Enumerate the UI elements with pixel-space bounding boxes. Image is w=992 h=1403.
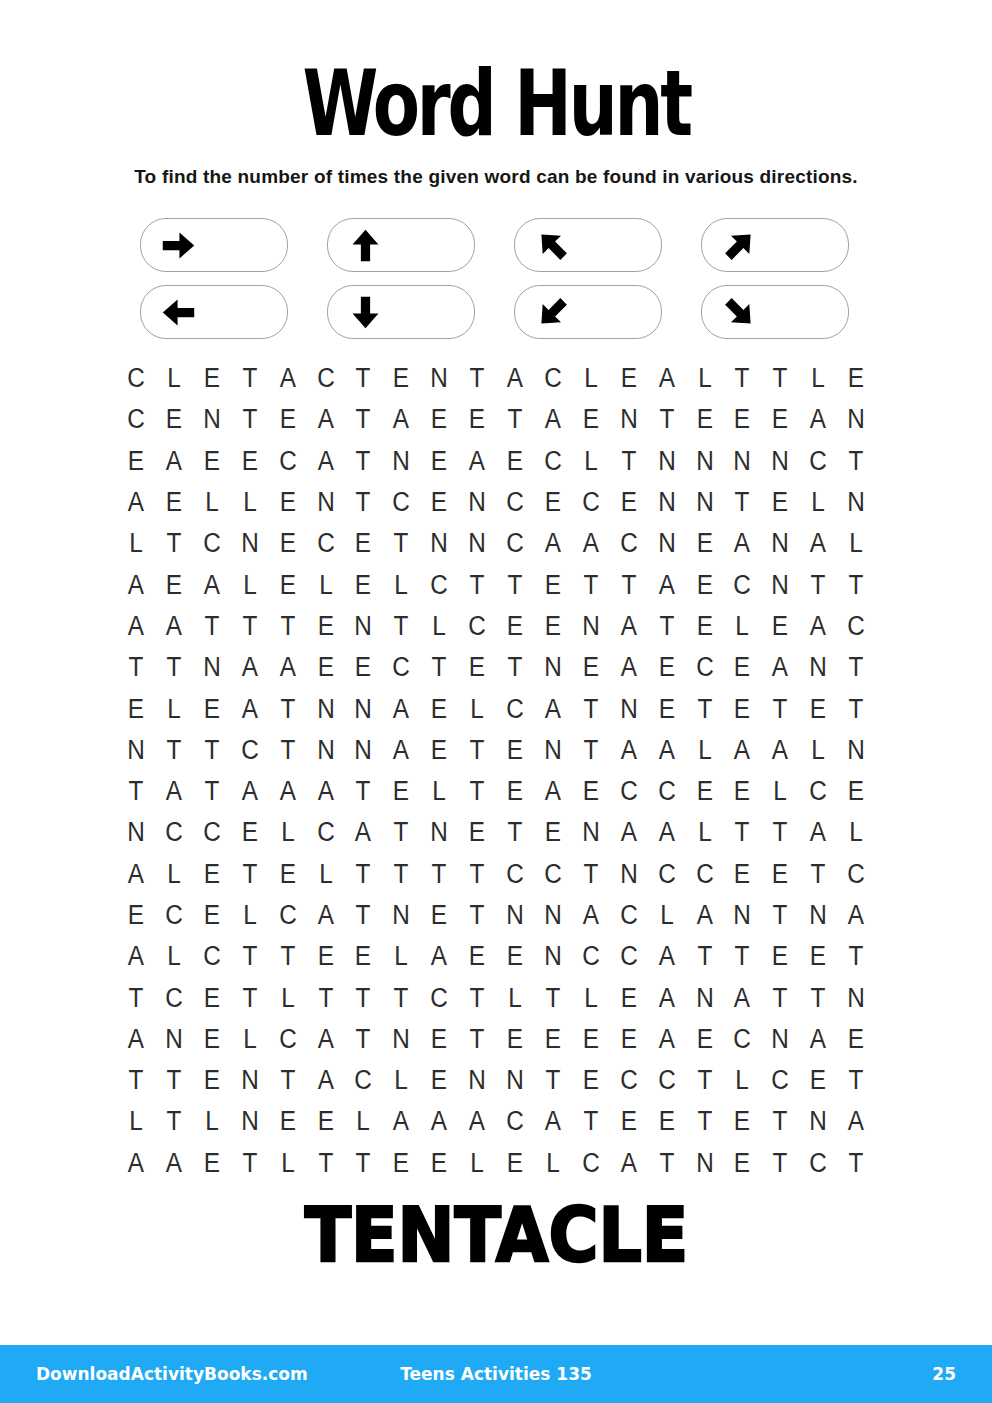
grid-cell-r9c3: E (195, 688, 229, 729)
grid-cell-r8c16: C (687, 647, 721, 688)
grid-cell-r5c1: L (119, 523, 153, 564)
grid-cell-r18c20: T (839, 1060, 873, 1101)
grid-cell-r3c15: N (649, 441, 683, 482)
arrow-down-right-icon (713, 286, 765, 338)
grid-cell-r15c19: E (801, 936, 835, 977)
grid-cell-r12c2: C (157, 812, 191, 853)
grid-cell-r3c9: E (422, 441, 456, 482)
grid-cell-r14c13: A (574, 895, 608, 936)
direction-button-up-right[interactable] (701, 218, 849, 272)
grid-cell-r16c7: T (346, 977, 380, 1018)
grid-cell-r19c6: E (308, 1101, 342, 1142)
grid-cell-r8c11: T (498, 647, 532, 688)
grid-cell-r2c15: T (649, 399, 683, 440)
grid-cell-r3c2: A (157, 441, 191, 482)
grid-cell-r16c8: T (384, 977, 418, 1018)
grid-cell-r15c2: L (157, 936, 191, 977)
grid-cell-r11c20: E (839, 771, 873, 812)
grid-cell-r13c8: T (384, 854, 418, 895)
grid-cell-r12c6: C (308, 812, 342, 853)
grid-cell-r4c15: N (649, 482, 683, 523)
grid-cell-r13c11: C (498, 854, 532, 895)
grid-cell-r17c8: N (384, 1019, 418, 1060)
grid-cell-r4c17: T (725, 482, 759, 523)
grid-cell-r7c10: C (460, 606, 494, 647)
grid-cell-r14c4: L (233, 895, 267, 936)
grid-cell-r4c14: E (612, 482, 646, 523)
grid-cell-r13c10: T (460, 854, 494, 895)
grid-cell-r12c10: E (460, 812, 494, 853)
grid-cell-r14c9: E (422, 895, 456, 936)
grid-cell-r11c13: E (574, 771, 608, 812)
direction-button-up[interactable] (327, 218, 475, 272)
grid-cell-r14c14: C (612, 895, 646, 936)
grid-cell-r5c13: A (574, 523, 608, 564)
grid-cell-r13c13: T (574, 854, 608, 895)
grid-cell-r3c18: N (763, 441, 797, 482)
grid-cell-r4c1: A (119, 482, 153, 523)
grid-cell-r9c2: L (157, 688, 191, 729)
grid-cell-r7c3: T (195, 606, 229, 647)
grid-cell-r20c6: T (308, 1143, 342, 1184)
grid-cell-r8c12: N (536, 647, 570, 688)
grid-cell-r11c12: A (536, 771, 570, 812)
grid-cell-r10c4: C (233, 730, 267, 771)
grid-cell-r13c20: C (839, 854, 873, 895)
grid-cell-r8c10: E (460, 647, 494, 688)
grid-cell-r11c7: T (346, 771, 380, 812)
grid-cell-r10c12: N (536, 730, 570, 771)
grid-cell-r18c12: T (536, 1060, 570, 1101)
grid-cell-r11c17: E (725, 771, 759, 812)
grid-cell-r17c20: E (839, 1019, 873, 1060)
grid-cell-r11c18: L (763, 771, 797, 812)
grid-cell-r8c18: A (763, 647, 797, 688)
grid-cell-r8c14: A (612, 647, 646, 688)
grid-cell-r10c20: N (839, 730, 873, 771)
grid-cell-r13c19: T (801, 854, 835, 895)
grid-cell-r6c3: A (195, 564, 229, 605)
grid-cell-r20c11: E (498, 1143, 532, 1184)
grid-cell-r19c10: A (460, 1101, 494, 1142)
grid-cell-r7c9: L (422, 606, 456, 647)
grid-cell-r7c11: E (498, 606, 532, 647)
grid-cell-r14c7: T (346, 895, 380, 936)
grid-cell-r14c11: N (498, 895, 532, 936)
grid-cell-r3c4: E (233, 441, 267, 482)
footer-page-number: 25 (649, 1364, 956, 1384)
grid-cell-r9c9: E (422, 688, 456, 729)
grid-cell-r18c5: T (270, 1060, 304, 1101)
grid-cell-r10c1: N (119, 730, 153, 771)
grid-cell-r5c4: N (233, 523, 267, 564)
grid-cell-r8c17: E (725, 647, 759, 688)
grid-cell-r9c11: C (498, 688, 532, 729)
grid-cell-r14c17: N (725, 895, 759, 936)
grid-cell-r1c19: L (801, 358, 835, 399)
grid-cell-r16c20: N (839, 977, 873, 1018)
grid-cell-r10c14: A (612, 730, 646, 771)
grid-cell-r14c19: N (801, 895, 835, 936)
direction-button-left[interactable] (140, 285, 288, 339)
grid-cell-r13c16: C (687, 854, 721, 895)
grid-cell-r18c18: C (763, 1060, 797, 1101)
grid-cell-r20c5: L (270, 1143, 304, 1184)
grid-cell-r19c3: L (195, 1101, 229, 1142)
target-word-text: TENTACLE (304, 1198, 688, 1272)
grid-cell-r7c20: C (839, 606, 873, 647)
grid-cell-r8c3: N (195, 647, 229, 688)
grid-cell-r5c15: N (649, 523, 683, 564)
grid-cell-r16c17: A (725, 977, 759, 1018)
grid-cell-r10c5: T (270, 730, 304, 771)
grid-cell-r11c1: T (119, 771, 153, 812)
grid-cell-r3c16: N (687, 441, 721, 482)
grid-cell-r8c13: E (574, 647, 608, 688)
grid-cell-r15c18: E (763, 936, 797, 977)
grid-cell-r14c5: C (270, 895, 304, 936)
grid-cell-r17c15: A (649, 1019, 683, 1060)
grid-cell-r16c10: T (460, 977, 494, 1018)
grid-cell-r6c2: E (157, 564, 191, 605)
grid-cell-r19c9: A (422, 1101, 456, 1142)
grid-cell-r14c12: N (536, 895, 570, 936)
grid-cell-r6c15: A (649, 564, 683, 605)
grid-cell-r6c13: T (574, 564, 608, 605)
grid-cell-r17c1: A (119, 1019, 153, 1060)
arrow-up-left-icon (526, 219, 578, 271)
grid-cell-r11c10: T (460, 771, 494, 812)
grid-cell-r20c17: E (725, 1143, 759, 1184)
grid-cell-r18c13: E (574, 1060, 608, 1101)
grid-cell-r15c5: T (270, 936, 304, 977)
grid-cell-r5c6: C (308, 523, 342, 564)
grid-cell-r4c12: E (536, 482, 570, 523)
grid-cell-r12c8: T (384, 812, 418, 853)
grid-cell-r16c18: T (763, 977, 797, 1018)
grid-cell-r15c9: A (422, 936, 456, 977)
grid-cell-r7c14: A (612, 606, 646, 647)
grid-cell-r13c6: L (308, 854, 342, 895)
grid-cell-r18c1: T (119, 1060, 153, 1101)
grid-cell-r16c5: L (270, 977, 304, 1018)
grid-cell-r2c7: T (346, 399, 380, 440)
grid-cell-r3c6: A (308, 441, 342, 482)
grid-cell-r9c12: A (536, 688, 570, 729)
grid-cell-r4c10: N (460, 482, 494, 523)
arrow-down-left-icon (526, 286, 578, 338)
grid-cell-r9c5: T (270, 688, 304, 729)
grid-cell-r20c10: L (460, 1143, 494, 1184)
grid-cell-r2c10: E (460, 399, 494, 440)
grid-cell-r6c20: T (839, 564, 873, 605)
grid-cell-r4c20: N (839, 482, 873, 523)
grid-cell-r16c16: N (687, 977, 721, 1018)
grid-cell-r1c11: A (498, 358, 532, 399)
grid-cell-r5c19: A (801, 523, 835, 564)
grid-cell-r5c14: C (612, 523, 646, 564)
grid-cell-r4c18: E (763, 482, 797, 523)
grid-cell-r18c10: N (460, 1060, 494, 1101)
grid-cell-r20c1: A (119, 1143, 153, 1184)
grid-cell-r20c4: T (233, 1143, 267, 1184)
direction-button-down-right[interactable] (701, 285, 849, 339)
grid-cell-r12c16: L (687, 812, 721, 853)
arrow-down-icon (347, 294, 384, 331)
grid-cell-r3c11: E (498, 441, 532, 482)
grid-cell-r14c1: E (119, 895, 153, 936)
grid-cell-r5c17: A (725, 523, 759, 564)
grid-cell-r18c4: N (233, 1060, 267, 1101)
footer-website-link[interactable]: DownloadActivityBooks.com (36, 1364, 343, 1384)
grid-cell-r7c18: E (763, 606, 797, 647)
grid-cell-r9c13: T (574, 688, 608, 729)
grid-cell-r8c7: E (346, 647, 380, 688)
grid-cell-r1c6: C (308, 358, 342, 399)
grid-cell-r14c2: C (157, 895, 191, 936)
grid-cell-r3c8: N (384, 441, 418, 482)
grid-cell-r6c17: C (725, 564, 759, 605)
grid-cell-r10c9: E (422, 730, 456, 771)
grid-cell-r6c11: T (498, 564, 532, 605)
grid-cell-r18c2: T (157, 1060, 191, 1101)
grid-cell-r8c4: A (233, 647, 267, 688)
grid-cell-r10c8: A (384, 730, 418, 771)
grid-cell-r12c12: E (536, 812, 570, 853)
direction-button-right[interactable] (140, 218, 288, 272)
grid-cell-r5c10: N (460, 523, 494, 564)
grid-cell-r13c5: E (270, 854, 304, 895)
grid-cell-r9c18: T (763, 688, 797, 729)
grid-cell-r10c17: A (725, 730, 759, 771)
grid-cell-r17c2: N (157, 1019, 191, 1060)
grid-cell-r1c2: L (157, 358, 191, 399)
grid-cell-r18c3: E (195, 1060, 229, 1101)
grid-cell-r20c20: T (839, 1143, 873, 1184)
grid-cell-r7c8: T (384, 606, 418, 647)
grid-cell-r16c4: T (233, 977, 267, 1018)
grid-cell-r7c19: A (801, 606, 835, 647)
grid-cell-r1c17: T (725, 358, 759, 399)
grid-cell-r15c11: E (498, 936, 532, 977)
grid-cell-r7c16: E (687, 606, 721, 647)
grid-cell-r5c11: C (498, 523, 532, 564)
grid-cell-r8c5: A (270, 647, 304, 688)
grid-cell-r6c10: T (460, 564, 494, 605)
grid-cell-r1c14: E (612, 358, 646, 399)
grid-cell-r14c3: E (195, 895, 229, 936)
grid-cell-r1c9: N (422, 358, 456, 399)
grid-cell-r14c8: N (384, 895, 418, 936)
grid-cell-r17c13: E (574, 1019, 608, 1060)
grid-cell-r17c17: C (725, 1019, 759, 1060)
grid-cell-r17c7: T (346, 1019, 380, 1060)
grid-cell-r10c15: A (649, 730, 683, 771)
grid-cell-r2c11: T (498, 399, 532, 440)
grid-cell-r5c7: E (346, 523, 380, 564)
grid-cell-r17c3: E (195, 1019, 229, 1060)
direction-button-up-left[interactable] (514, 218, 662, 272)
grid-cell-r19c14: E (612, 1101, 646, 1142)
grid-cell-r11c6: A (308, 771, 342, 812)
grid-cell-r2c19: A (801, 399, 835, 440)
grid-cell-r13c15: C (649, 854, 683, 895)
grid-cell-r9c20: T (839, 688, 873, 729)
grid-cell-r1c18: T (763, 358, 797, 399)
grid-cell-r12c13: N (574, 812, 608, 853)
grid-cell-r11c9: L (422, 771, 456, 812)
grid-cell-r3c17: N (725, 441, 759, 482)
grid-cell-r6c6: L (308, 564, 342, 605)
grid-cell-r14c6: A (308, 895, 342, 936)
grid-cell-r13c1: A (119, 854, 153, 895)
grid-cell-r7c13: N (574, 606, 608, 647)
grid-cell-r18c16: T (687, 1060, 721, 1101)
grid-cell-r10c18: A (763, 730, 797, 771)
grid-cell-r8c20: T (839, 647, 873, 688)
grid-cell-r8c9: T (422, 647, 456, 688)
grid-cell-r7c17: L (725, 606, 759, 647)
grid-cell-r2c5: E (270, 399, 304, 440)
grid-cell-r10c6: N (308, 730, 342, 771)
grid-cell-r19c19: N (801, 1101, 835, 1142)
grid-cell-r15c10: E (460, 936, 494, 977)
grid-cell-r15c15: A (649, 936, 683, 977)
grid-cell-r16c1: T (119, 977, 153, 1018)
direction-buttons (140, 218, 849, 339)
grid-cell-r19c12: A (536, 1101, 570, 1142)
grid-cell-r16c11: L (498, 977, 532, 1018)
grid-cell-r5c2: T (157, 523, 191, 564)
grid-cell-r1c16: L (687, 358, 721, 399)
direction-button-down[interactable] (327, 285, 475, 339)
grid-cell-r9c17: E (725, 688, 759, 729)
grid-cell-r3c5: C (270, 441, 304, 482)
grid-cell-r17c5: C (270, 1019, 304, 1060)
grid-cell-r17c6: A (308, 1019, 342, 1060)
grid-cell-r4c7: T (346, 482, 380, 523)
grid-cell-r16c3: E (195, 977, 229, 1018)
arrow-up-right-icon (713, 219, 765, 271)
grid-cell-r15c20: T (839, 936, 873, 977)
grid-cell-r13c2: L (157, 854, 191, 895)
grid-cell-r18c7: C (346, 1060, 380, 1101)
grid-cell-r1c1: C (119, 358, 153, 399)
grid-cell-r8c1: T (119, 647, 153, 688)
grid-cell-r4c9: E (422, 482, 456, 523)
grid-cell-r9c14: N (612, 688, 646, 729)
grid-cell-r19c7: L (346, 1101, 380, 1142)
grid-cell-r7c6: E (308, 606, 342, 647)
grid-cell-r17c14: E (612, 1019, 646, 1060)
grid-cell-r10c10: T (460, 730, 494, 771)
grid-cell-r9c10: L (460, 688, 494, 729)
grid-cell-r17c18: N (763, 1019, 797, 1060)
grid-cell-r10c3: T (195, 730, 229, 771)
page-title-text: Word Hunt (302, 58, 689, 148)
grid-cell-r1c5: A (270, 358, 304, 399)
grid-cell-r2c3: N (195, 399, 229, 440)
grid-cell-r1c15: A (649, 358, 683, 399)
grid-cell-r4c6: N (308, 482, 342, 523)
grid-cell-r6c4: L (233, 564, 267, 605)
grid-cell-r13c9: T (422, 854, 456, 895)
grid-cell-r1c7: T (346, 358, 380, 399)
grid-cell-r9c8: A (384, 688, 418, 729)
grid-cell-r14c16: A (687, 895, 721, 936)
grid-cell-r12c18: T (763, 812, 797, 853)
grid-cell-r4c11: C (498, 482, 532, 523)
grid-cell-r10c2: T (157, 730, 191, 771)
grid-cell-r7c4: T (233, 606, 267, 647)
grid-cell-r16c19: T (801, 977, 835, 1018)
grid-cell-r7c1: A (119, 606, 153, 647)
grid-cell-r2c12: A (536, 399, 570, 440)
grid-cell-r6c7: E (346, 564, 380, 605)
grid-cell-r6c16: E (687, 564, 721, 605)
grid-cell-r12c14: A (612, 812, 646, 853)
grid-cell-r4c4: L (233, 482, 267, 523)
grid-cell-r19c2: T (157, 1101, 191, 1142)
grid-cell-r12c9: N (422, 812, 456, 853)
instructions-text: To find the number of times the given wo… (0, 166, 992, 188)
grid-cell-r17c9: E (422, 1019, 456, 1060)
grid-cell-r12c20: L (839, 812, 873, 853)
grid-cell-r13c4: T (233, 854, 267, 895)
grid-cell-r1c4: T (233, 358, 267, 399)
grid-cell-r2c18: E (763, 399, 797, 440)
grid-cell-r9c16: T (687, 688, 721, 729)
grid-cell-r9c1: E (119, 688, 153, 729)
grid-cell-r16c15: A (649, 977, 683, 1018)
grid-cell-r3c1: E (119, 441, 153, 482)
grid-cell-r18c9: E (422, 1060, 456, 1101)
grid-cell-r2c16: E (687, 399, 721, 440)
grid-cell-r1c12: C (536, 358, 570, 399)
grid-cell-r13c17: E (725, 854, 759, 895)
footer-bar: DownloadActivityBooks.com Teens Activiti… (0, 1345, 992, 1403)
grid-cell-r19c16: T (687, 1101, 721, 1142)
grid-cell-r12c7: A (346, 812, 380, 853)
grid-cell-r11c8: E (384, 771, 418, 812)
grid-cell-r20c2: A (157, 1143, 191, 1184)
footer-book-title: Teens Activities 135 (343, 1364, 650, 1384)
grid-cell-r14c18: T (763, 895, 797, 936)
target-word: TENTACLE (0, 1198, 992, 1272)
grid-cell-r20c3: E (195, 1143, 229, 1184)
grid-cell-r19c8: A (384, 1101, 418, 1142)
grid-cell-r16c12: T (536, 977, 570, 1018)
grid-cell-r20c14: A (612, 1143, 646, 1184)
direction-button-down-left[interactable] (514, 285, 662, 339)
grid-cell-r15c12: N (536, 936, 570, 977)
grid-cell-r6c12: E (536, 564, 570, 605)
grid-cell-r20c9: E (422, 1143, 456, 1184)
grid-cell-r13c12: C (536, 854, 570, 895)
grid-cell-r17c10: T (460, 1019, 494, 1060)
grid-cell-r6c9: C (422, 564, 456, 605)
grid-cell-r13c18: E (763, 854, 797, 895)
grid-cell-r2c6: A (308, 399, 342, 440)
grid-cell-r6c5: E (270, 564, 304, 605)
grid-cell-r19c17: E (725, 1101, 759, 1142)
grid-cell-r20c19: C (801, 1143, 835, 1184)
grid-cell-r12c5: L (270, 812, 304, 853)
grid-cell-r5c12: A (536, 523, 570, 564)
grid-cell-r5c18: N (763, 523, 797, 564)
grid-cell-r5c3: C (195, 523, 229, 564)
grid-cell-r14c10: T (460, 895, 494, 936)
